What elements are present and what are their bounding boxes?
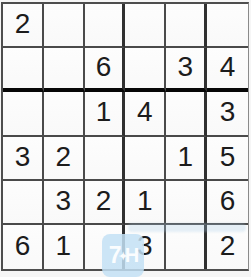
cell-r5c4-given[interactable]: 1 — [125, 181, 166, 225]
given-digit: 1 — [177, 143, 193, 171]
cell-r3c5-empty[interactable] — [166, 92, 207, 136]
cell-r4c6-given[interactable]: 5 — [207, 137, 248, 181]
given-digit: 2 — [55, 143, 71, 171]
cell-r3c1-empty[interactable] — [3, 92, 44, 136]
cell-r2c2-empty[interactable] — [44, 48, 85, 92]
given-digit: 3 — [177, 53, 193, 81]
cell-r5c1-empty[interactable] — [3, 181, 44, 225]
given-digit: 6 — [96, 53, 112, 81]
cell-r1c2-empty[interactable] — [44, 4, 85, 48]
cell-r2c4-empty[interactable] — [125, 48, 166, 92]
cell-r6c2-given[interactable]: 1 — [44, 225, 85, 269]
cell-r3c4-given[interactable]: 4 — [125, 92, 166, 136]
given-digit: 1 — [137, 187, 153, 215]
cell-r6c6-given[interactable]: 2 — [207, 225, 248, 269]
sudoku-screenshot: 2634143321532166132 7✦H — [0, 0, 251, 277]
cell-r1c5-empty[interactable] — [166, 4, 207, 48]
cell-r2c5-given[interactable]: 3 — [166, 48, 207, 92]
cell-r1c1-given[interactable]: 2 — [3, 4, 44, 48]
cell-r6c4-given[interactable]: 3 — [125, 225, 166, 269]
cell-r3c2-empty[interactable] — [44, 92, 85, 136]
given-digit: 1 — [55, 232, 71, 260]
given-digit: 4 — [220, 53, 236, 81]
cell-r4c5-given[interactable]: 1 — [166, 137, 207, 181]
cell-r5c6-given[interactable]: 6 — [207, 181, 248, 225]
cell-r2c6-given[interactable]: 4 — [207, 48, 248, 92]
cell-r3c3-given[interactable]: 1 — [85, 92, 126, 136]
given-digit: 6 — [220, 187, 236, 215]
cell-r4c1-given[interactable]: 3 — [3, 137, 44, 181]
cell-r1c6-empty[interactable] — [207, 4, 248, 48]
given-digit: 6 — [15, 232, 31, 260]
given-digit: 3 — [137, 232, 153, 260]
cell-r5c2-given[interactable]: 3 — [44, 181, 85, 225]
given-digit: 2 — [220, 232, 236, 260]
cell-r5c3-given[interactable]: 2 — [85, 181, 126, 225]
cell-r4c4-empty[interactable] — [125, 137, 166, 181]
given-digit: 3 — [15, 143, 31, 171]
given-digit: 3 — [55, 187, 71, 215]
cell-r4c3-empty[interactable] — [85, 137, 126, 181]
cell-r6c1-given[interactable]: 6 — [3, 225, 44, 269]
cell-r2c3-given[interactable]: 6 — [85, 48, 126, 92]
cell-r1c3-empty[interactable] — [85, 4, 126, 48]
cell-r6c5-empty[interactable] — [166, 225, 207, 269]
given-digit: 4 — [137, 98, 153, 126]
given-digit: 1 — [96, 98, 112, 126]
cell-r3c6-given[interactable]: 3 — [207, 92, 248, 136]
given-digit: 5 — [220, 143, 236, 171]
cell-r4c2-given[interactable]: 2 — [44, 137, 85, 181]
cell-r2c1-empty[interactable] — [3, 48, 44, 92]
given-digit: 2 — [96, 187, 112, 215]
cell-r6c3-empty[interactable] — [85, 225, 126, 269]
given-digit: 2 — [15, 10, 31, 38]
given-digit: 3 — [220, 98, 236, 126]
cell-r5c5-empty[interactable] — [166, 181, 207, 225]
sudoku-grid: 2634143321532166132 — [1, 2, 249, 271]
cell-r1c4-empty[interactable] — [125, 4, 166, 48]
